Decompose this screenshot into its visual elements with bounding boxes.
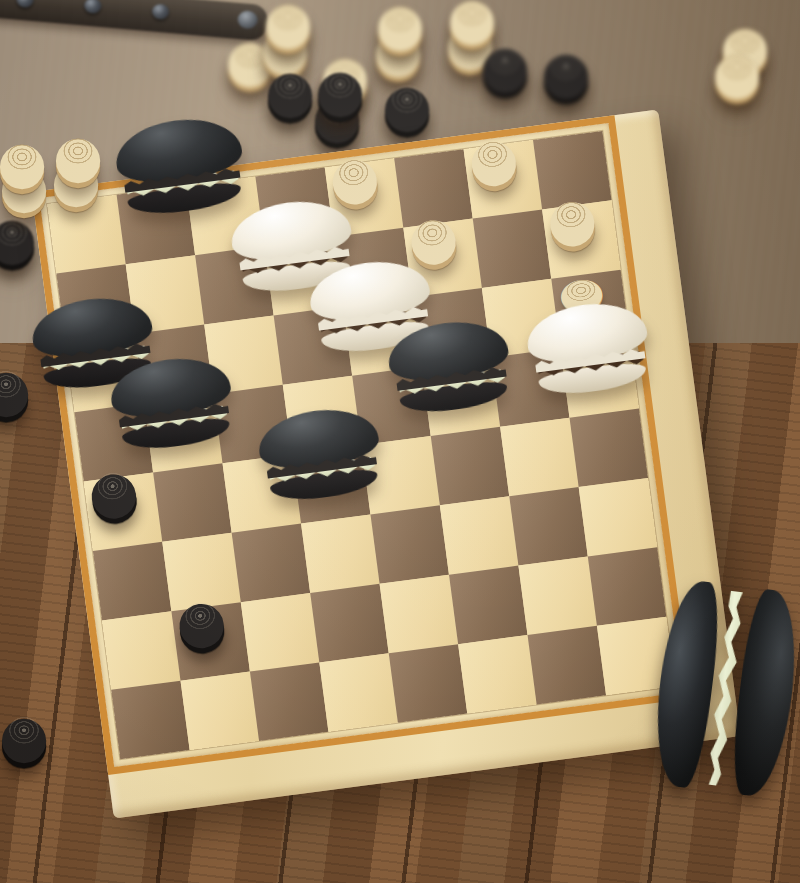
black-checker-piece[interactable]: ●	[0, 713, 53, 763]
black-checker-piece[interactable]: ●	[0, 367, 35, 417]
wood-checker-piece[interactable]: ●	[49, 133, 107, 183]
checker-rings	[56, 136, 100, 170]
checker-rings	[0, 142, 44, 176]
front-pieces-layer: ●●●●●●	[0, 0, 800, 883]
checker-rings	[2, 716, 46, 750]
standing-black-macaron[interactable]	[648, 578, 800, 800]
photo-scene: ●●●●●●●●●●●●●●●●● ●●●●●●● ●●●●●●	[0, 0, 800, 883]
wood-checker-piece[interactable]: ●	[0, 139, 51, 189]
